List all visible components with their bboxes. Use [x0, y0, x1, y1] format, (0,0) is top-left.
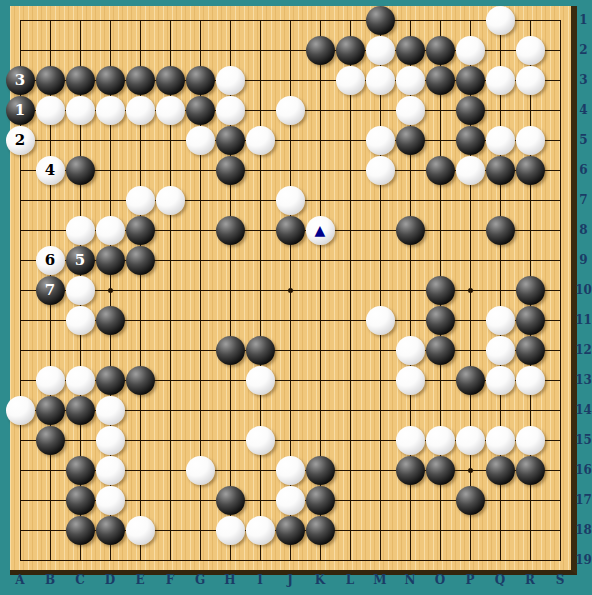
intersection-Q13[interactable]	[485, 365, 515, 395]
intersection-O13[interactable]	[425, 365, 455, 395]
intersection-L16[interactable]	[335, 455, 365, 485]
intersection-I8[interactable]	[245, 215, 275, 245]
intersection-C12[interactable]	[65, 335, 95, 365]
intersection-N11[interactable]	[395, 305, 425, 335]
intersection-M2[interactable]	[365, 35, 395, 65]
intersection-D19[interactable]	[95, 545, 125, 575]
intersection-G1[interactable]	[185, 5, 215, 35]
intersection-R7[interactable]	[515, 185, 545, 215]
intersection-G3[interactable]	[185, 65, 215, 95]
intersection-H13[interactable]	[215, 365, 245, 395]
intersection-L15[interactable]	[335, 425, 365, 455]
intersection-C11[interactable]	[65, 305, 95, 335]
intersection-M3[interactable]	[365, 65, 395, 95]
intersection-H5[interactable]	[215, 125, 245, 155]
intersection-M16[interactable]	[365, 455, 395, 485]
intersection-F16[interactable]	[155, 455, 185, 485]
intersection-Q4[interactable]	[485, 95, 515, 125]
intersection-K12[interactable]	[305, 335, 335, 365]
intersection-B18[interactable]	[35, 515, 65, 545]
intersection-O9[interactable]	[425, 245, 455, 275]
intersection-G4[interactable]	[185, 95, 215, 125]
intersection-K3[interactable]	[305, 65, 335, 95]
intersection-B6[interactable]: 4	[35, 155, 65, 185]
intersection-C2[interactable]	[65, 35, 95, 65]
intersection-A7[interactable]	[5, 185, 35, 215]
intersection-J6[interactable]	[275, 155, 305, 185]
intersection-A17[interactable]	[5, 485, 35, 515]
intersection-I6[interactable]	[245, 155, 275, 185]
intersection-G17[interactable]	[185, 485, 215, 515]
intersection-C19[interactable]	[65, 545, 95, 575]
intersection-P12[interactable]	[455, 335, 485, 365]
intersection-B9[interactable]: 6	[35, 245, 65, 275]
intersection-N5[interactable]	[395, 125, 425, 155]
intersection-P7[interactable]	[455, 185, 485, 215]
intersection-D4[interactable]	[95, 95, 125, 125]
intersection-N6[interactable]	[395, 155, 425, 185]
intersection-N17[interactable]	[395, 485, 425, 515]
intersection-D18[interactable]	[95, 515, 125, 545]
intersection-C15[interactable]	[65, 425, 95, 455]
intersection-L3[interactable]	[335, 65, 365, 95]
intersection-O18[interactable]	[425, 515, 455, 545]
intersection-I13[interactable]	[245, 365, 275, 395]
intersection-J16[interactable]	[275, 455, 305, 485]
intersection-L12[interactable]	[335, 335, 365, 365]
intersection-D12[interactable]	[95, 335, 125, 365]
intersection-Q12[interactable]	[485, 335, 515, 365]
intersection-I1[interactable]	[245, 5, 275, 35]
intersection-R9[interactable]	[515, 245, 545, 275]
intersection-H10[interactable]	[215, 275, 245, 305]
intersection-E3[interactable]	[125, 65, 155, 95]
intersection-F2[interactable]	[155, 35, 185, 65]
intersection-O19[interactable]	[425, 545, 455, 575]
intersection-M5[interactable]	[365, 125, 395, 155]
intersection-S3[interactable]	[545, 65, 575, 95]
intersection-B13[interactable]	[35, 365, 65, 395]
intersection-L2[interactable]	[335, 35, 365, 65]
intersection-Q19[interactable]	[485, 545, 515, 575]
intersection-R16[interactable]	[515, 455, 545, 485]
intersection-P14[interactable]	[455, 395, 485, 425]
intersection-S2[interactable]	[545, 35, 575, 65]
intersection-N19[interactable]	[395, 545, 425, 575]
intersection-Q16[interactable]	[485, 455, 515, 485]
intersection-R5[interactable]	[515, 125, 545, 155]
intersection-G6[interactable]	[185, 155, 215, 185]
intersection-F18[interactable]	[155, 515, 185, 545]
intersection-E9[interactable]	[125, 245, 155, 275]
intersection-I7[interactable]	[245, 185, 275, 215]
intersection-C9[interactable]: 5	[65, 245, 95, 275]
intersection-M1[interactable]	[365, 5, 395, 35]
intersection-D6[interactable]	[95, 155, 125, 185]
intersection-L18[interactable]	[335, 515, 365, 545]
intersection-K13[interactable]	[305, 365, 335, 395]
intersection-A1[interactable]	[5, 5, 35, 35]
intersection-G7[interactable]	[185, 185, 215, 215]
intersection-K16[interactable]	[305, 455, 335, 485]
intersection-O2[interactable]	[425, 35, 455, 65]
intersection-R10[interactable]	[515, 275, 545, 305]
intersection-C4[interactable]	[65, 95, 95, 125]
intersection-C3[interactable]	[65, 65, 95, 95]
intersection-Q14[interactable]	[485, 395, 515, 425]
intersection-D1[interactable]	[95, 5, 125, 35]
intersection-I3[interactable]	[245, 65, 275, 95]
intersection-I11[interactable]	[245, 305, 275, 335]
intersection-F7[interactable]	[155, 185, 185, 215]
intersection-P15[interactable]	[455, 425, 485, 455]
intersection-F5[interactable]	[155, 125, 185, 155]
intersection-L9[interactable]	[335, 245, 365, 275]
intersection-S13[interactable]	[545, 365, 575, 395]
intersection-C16[interactable]	[65, 455, 95, 485]
intersection-R15[interactable]	[515, 425, 545, 455]
intersection-E16[interactable]	[125, 455, 155, 485]
intersection-A10[interactable]	[5, 275, 35, 305]
intersection-K18[interactable]	[305, 515, 335, 545]
intersection-O10[interactable]	[425, 275, 455, 305]
intersection-S18[interactable]	[545, 515, 575, 545]
intersection-M19[interactable]	[365, 545, 395, 575]
intersection-L4[interactable]	[335, 95, 365, 125]
intersection-R4[interactable]	[515, 95, 545, 125]
intersection-C6[interactable]	[65, 155, 95, 185]
intersection-L7[interactable]	[335, 185, 365, 215]
intersection-K7[interactable]	[305, 185, 335, 215]
intersection-Q5[interactable]	[485, 125, 515, 155]
intersection-N16[interactable]	[395, 455, 425, 485]
intersection-G16[interactable]	[185, 455, 215, 485]
intersection-H12[interactable]	[215, 335, 245, 365]
intersection-H11[interactable]	[215, 305, 245, 335]
intersection-R6[interactable]	[515, 155, 545, 185]
intersection-F11[interactable]	[155, 305, 185, 335]
intersection-D16[interactable]	[95, 455, 125, 485]
intersection-S5[interactable]	[545, 125, 575, 155]
intersection-C7[interactable]	[65, 185, 95, 215]
intersection-R1[interactable]	[515, 5, 545, 35]
intersection-J9[interactable]	[275, 245, 305, 275]
intersection-B19[interactable]	[35, 545, 65, 575]
intersection-R2[interactable]	[515, 35, 545, 65]
intersection-S4[interactable]	[545, 95, 575, 125]
intersection-C13[interactable]	[65, 365, 95, 395]
intersection-N14[interactable]	[395, 395, 425, 425]
intersection-S16[interactable]	[545, 455, 575, 485]
intersection-H17[interactable]	[215, 485, 245, 515]
intersection-L5[interactable]	[335, 125, 365, 155]
intersection-D5[interactable]	[95, 125, 125, 155]
intersection-F13[interactable]	[155, 365, 185, 395]
intersection-O12[interactable]	[425, 335, 455, 365]
intersection-A11[interactable]	[5, 305, 35, 335]
intersection-M18[interactable]	[365, 515, 395, 545]
intersection-S1[interactable]	[545, 5, 575, 35]
intersection-R17[interactable]	[515, 485, 545, 515]
intersection-R12[interactable]	[515, 335, 545, 365]
intersection-F3[interactable]	[155, 65, 185, 95]
intersection-N8[interactable]	[395, 215, 425, 245]
intersection-K2[interactable]	[305, 35, 335, 65]
intersection-Q7[interactable]	[485, 185, 515, 215]
intersection-P13[interactable]	[455, 365, 485, 395]
intersection-C10[interactable]	[65, 275, 95, 305]
intersection-F15[interactable]	[155, 425, 185, 455]
intersection-J7[interactable]	[275, 185, 305, 215]
intersection-G13[interactable]	[185, 365, 215, 395]
intersection-S9[interactable]	[545, 245, 575, 275]
intersection-E13[interactable]	[125, 365, 155, 395]
intersection-M7[interactable]	[365, 185, 395, 215]
intersection-M12[interactable]	[365, 335, 395, 365]
intersection-I4[interactable]	[245, 95, 275, 125]
intersection-K11[interactable]	[305, 305, 335, 335]
intersection-N9[interactable]	[395, 245, 425, 275]
intersection-B1[interactable]	[35, 5, 65, 35]
intersection-S10[interactable]	[545, 275, 575, 305]
intersection-H14[interactable]	[215, 395, 245, 425]
intersection-J2[interactable]	[275, 35, 305, 65]
intersection-E5[interactable]	[125, 125, 155, 155]
intersection-L17[interactable]	[335, 485, 365, 515]
intersection-E1[interactable]	[125, 5, 155, 35]
intersection-M17[interactable]	[365, 485, 395, 515]
intersection-K6[interactable]	[305, 155, 335, 185]
intersection-A3[interactable]: 3	[5, 65, 35, 95]
intersection-D11[interactable]	[95, 305, 125, 335]
intersection-M13[interactable]	[365, 365, 395, 395]
intersection-M6[interactable]	[365, 155, 395, 185]
intersection-F9[interactable]	[155, 245, 185, 275]
intersection-B17[interactable]	[35, 485, 65, 515]
intersection-H9[interactable]	[215, 245, 245, 275]
intersection-R13[interactable]	[515, 365, 545, 395]
intersection-M11[interactable]	[365, 305, 395, 335]
intersection-M9[interactable]	[365, 245, 395, 275]
intersection-S19[interactable]	[545, 545, 575, 575]
intersection-L8[interactable]	[335, 215, 365, 245]
intersection-E2[interactable]	[125, 35, 155, 65]
intersection-R3[interactable]	[515, 65, 545, 95]
intersection-Q17[interactable]	[485, 485, 515, 515]
intersection-E11[interactable]	[125, 305, 155, 335]
intersection-D13[interactable]	[95, 365, 125, 395]
intersection-P3[interactable]	[455, 65, 485, 95]
intersection-L10[interactable]	[335, 275, 365, 305]
intersection-E12[interactable]	[125, 335, 155, 365]
intersection-D14[interactable]	[95, 395, 125, 425]
intersection-M8[interactable]	[365, 215, 395, 245]
intersection-I18[interactable]	[245, 515, 275, 545]
intersection-A16[interactable]	[5, 455, 35, 485]
intersection-A2[interactable]	[5, 35, 35, 65]
intersection-J5[interactable]	[275, 125, 305, 155]
intersection-C1[interactable]	[65, 5, 95, 35]
intersection-K17[interactable]	[305, 485, 335, 515]
intersection-B7[interactable]	[35, 185, 65, 215]
intersection-H15[interactable]	[215, 425, 245, 455]
intersection-D7[interactable]	[95, 185, 125, 215]
intersection-N13[interactable]	[395, 365, 425, 395]
intersection-P16[interactable]	[455, 455, 485, 485]
intersection-P11[interactable]	[455, 305, 485, 335]
intersection-B16[interactable]	[35, 455, 65, 485]
intersection-M14[interactable]	[365, 395, 395, 425]
intersection-I17[interactable]	[245, 485, 275, 515]
intersection-J19[interactable]	[275, 545, 305, 575]
intersection-Q11[interactable]	[485, 305, 515, 335]
intersection-R19[interactable]	[515, 545, 545, 575]
intersection-A19[interactable]	[5, 545, 35, 575]
intersection-D15[interactable]	[95, 425, 125, 455]
intersection-Q1[interactable]	[485, 5, 515, 35]
intersection-H4[interactable]	[215, 95, 245, 125]
intersection-G19[interactable]	[185, 545, 215, 575]
intersection-C14[interactable]	[65, 395, 95, 425]
intersection-I14[interactable]	[245, 395, 275, 425]
intersection-L19[interactable]	[335, 545, 365, 575]
intersection-L1[interactable]	[335, 5, 365, 35]
intersection-H3[interactable]	[215, 65, 245, 95]
intersection-C8[interactable]	[65, 215, 95, 245]
intersection-C5[interactable]	[65, 125, 95, 155]
intersection-Q18[interactable]	[485, 515, 515, 545]
intersection-H7[interactable]	[215, 185, 245, 215]
intersection-P5[interactable]	[455, 125, 485, 155]
intersection-P8[interactable]	[455, 215, 485, 245]
intersection-P2[interactable]	[455, 35, 485, 65]
intersection-G14[interactable]	[185, 395, 215, 425]
intersection-E15[interactable]	[125, 425, 155, 455]
intersection-Q15[interactable]	[485, 425, 515, 455]
intersection-E18[interactable]	[125, 515, 155, 545]
intersection-K9[interactable]	[305, 245, 335, 275]
intersection-H8[interactable]	[215, 215, 245, 245]
intersection-E6[interactable]	[125, 155, 155, 185]
intersection-J18[interactable]	[275, 515, 305, 545]
intersection-G15[interactable]	[185, 425, 215, 455]
intersection-O7[interactable]	[425, 185, 455, 215]
intersection-F12[interactable]	[155, 335, 185, 365]
intersection-J15[interactable]	[275, 425, 305, 455]
intersection-I2[interactable]	[245, 35, 275, 65]
intersection-G11[interactable]	[185, 305, 215, 335]
intersection-L14[interactable]	[335, 395, 365, 425]
intersection-P9[interactable]	[455, 245, 485, 275]
intersection-G10[interactable]	[185, 275, 215, 305]
intersection-J14[interactable]	[275, 395, 305, 425]
intersection-S8[interactable]	[545, 215, 575, 245]
intersection-A5[interactable]: 2	[5, 125, 35, 155]
intersection-N3[interactable]	[395, 65, 425, 95]
intersection-A12[interactable]	[5, 335, 35, 365]
intersection-G18[interactable]	[185, 515, 215, 545]
intersection-C18[interactable]	[65, 515, 95, 545]
intersection-S14[interactable]	[545, 395, 575, 425]
intersection-M15[interactable]	[365, 425, 395, 455]
intersection-J10[interactable]	[275, 275, 305, 305]
intersection-J1[interactable]	[275, 5, 305, 35]
intersection-I10[interactable]	[245, 275, 275, 305]
intersection-J12[interactable]	[275, 335, 305, 365]
intersection-K8[interactable]: ▲	[305, 215, 335, 245]
intersection-K5[interactable]	[305, 125, 335, 155]
intersection-K15[interactable]	[305, 425, 335, 455]
intersection-I12[interactable]	[245, 335, 275, 365]
intersection-A8[interactable]	[5, 215, 35, 245]
intersection-S7[interactable]	[545, 185, 575, 215]
intersection-P18[interactable]	[455, 515, 485, 545]
intersection-H6[interactable]	[215, 155, 245, 185]
intersection-O3[interactable]	[425, 65, 455, 95]
intersection-P6[interactable]	[455, 155, 485, 185]
intersection-E4[interactable]	[125, 95, 155, 125]
intersection-J4[interactable]	[275, 95, 305, 125]
intersection-K19[interactable]	[305, 545, 335, 575]
intersection-N7[interactable]	[395, 185, 425, 215]
intersection-J13[interactable]	[275, 365, 305, 395]
intersection-H18[interactable]	[215, 515, 245, 545]
intersection-H1[interactable]	[215, 5, 245, 35]
intersection-I16[interactable]	[245, 455, 275, 485]
intersection-S15[interactable]	[545, 425, 575, 455]
intersection-E14[interactable]	[125, 395, 155, 425]
intersection-D9[interactable]	[95, 245, 125, 275]
intersection-E10[interactable]	[125, 275, 155, 305]
intersection-O8[interactable]	[425, 215, 455, 245]
intersection-B8[interactable]	[35, 215, 65, 245]
intersection-N1[interactable]	[395, 5, 425, 35]
intersection-P17[interactable]	[455, 485, 485, 515]
intersection-G2[interactable]	[185, 35, 215, 65]
intersection-I19[interactable]	[245, 545, 275, 575]
intersection-F14[interactable]	[155, 395, 185, 425]
intersection-H19[interactable]	[215, 545, 245, 575]
intersection-H2[interactable]	[215, 35, 245, 65]
intersection-E19[interactable]	[125, 545, 155, 575]
intersection-B15[interactable]	[35, 425, 65, 455]
intersection-E8[interactable]	[125, 215, 155, 245]
intersection-J8[interactable]	[275, 215, 305, 245]
intersection-Q9[interactable]	[485, 245, 515, 275]
intersection-A4[interactable]: 1	[5, 95, 35, 125]
intersection-O15[interactable]	[425, 425, 455, 455]
intersection-A15[interactable]	[5, 425, 35, 455]
intersection-R18[interactable]	[515, 515, 545, 545]
intersection-Q2[interactable]	[485, 35, 515, 65]
intersection-S17[interactable]	[545, 485, 575, 515]
intersection-G12[interactable]	[185, 335, 215, 365]
intersection-O4[interactable]	[425, 95, 455, 125]
intersection-B4[interactable]	[35, 95, 65, 125]
intersection-M4[interactable]	[365, 95, 395, 125]
intersection-O1[interactable]	[425, 5, 455, 35]
intersection-I9[interactable]	[245, 245, 275, 275]
intersection-O16[interactable]	[425, 455, 455, 485]
intersection-D10[interactable]	[95, 275, 125, 305]
intersection-O11[interactable]	[425, 305, 455, 335]
intersection-C17[interactable]	[65, 485, 95, 515]
intersection-H16[interactable]	[215, 455, 245, 485]
intersection-N18[interactable]	[395, 515, 425, 545]
intersection-P4[interactable]	[455, 95, 485, 125]
intersection-O5[interactable]	[425, 125, 455, 155]
intersection-G9[interactable]	[185, 245, 215, 275]
